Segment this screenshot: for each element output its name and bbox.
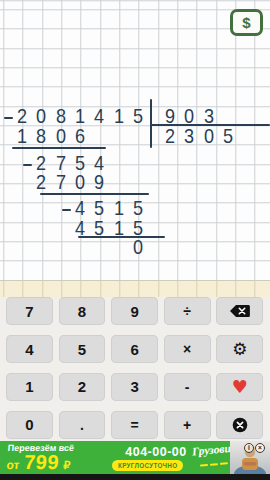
worksheet-digit: 7: [52, 172, 69, 192]
divisor-bracket-horizontal: [150, 124, 270, 126]
worksheet-digit: 2: [33, 172, 50, 192]
key-favorite[interactable]: ♥: [216, 373, 263, 401]
key-label: 7: [25, 303, 33, 320]
worksheet-digit: 6: [71, 126, 88, 146]
ad-badge: КРУГЛОСУТОЧНО: [112, 460, 183, 471]
key-label: +: [183, 417, 191, 433]
worksheet-digit: 4: [71, 218, 88, 238]
key-label: 5: [78, 341, 86, 358]
keypad: 789÷ 456×⚙123-♥0.=+: [0, 297, 270, 442]
worksheet-digit: 5: [129, 106, 146, 126]
worksheet-digit: 1: [110, 218, 127, 238]
worksheet-digit: 0: [52, 126, 69, 146]
dollar-icon: $: [242, 14, 250, 31]
ad-price-prefix: от: [6, 458, 20, 472]
key-settings[interactable]: ⚙: [216, 335, 263, 363]
key-4[interactable]: 4: [6, 335, 53, 363]
minus-sign: [62, 209, 71, 211]
worksheet-digit: 3: [181, 126, 198, 146]
key-close[interactable]: [216, 411, 263, 439]
bottom-bar: [0, 474, 270, 480]
dollar-button[interactable]: $: [230, 9, 263, 36]
ad-close-icon[interactable]: ×: [255, 443, 265, 453]
backspace-icon: [229, 304, 251, 318]
worksheet-digit: 1: [13, 126, 30, 146]
key-dot[interactable]: .: [59, 411, 106, 439]
division-worksheet: 20814159031806230527542709451545150: [0, 0, 270, 280]
key-divide[interactable]: ÷: [164, 297, 211, 325]
ad-price: от 799 ₽: [6, 453, 74, 474]
worksheet-digit: 0: [71, 172, 88, 192]
key-0[interactable]: 0: [6, 411, 53, 439]
key-label: ÷: [183, 303, 191, 319]
key-equals[interactable]: =: [111, 411, 158, 439]
close-circle-icon: [232, 417, 248, 433]
worksheet-digit: 0: [200, 126, 217, 146]
subtraction-rule: [78, 236, 165, 238]
key-label: -: [185, 379, 190, 395]
ad-banner[interactable]: Перевезём всё от 799 ₽ 404-00-00 КРУГЛОС…: [0, 441, 270, 474]
worksheet-digit: 1: [110, 106, 127, 126]
key-8[interactable]: 8: [59, 297, 106, 325]
key-3[interactable]: 3: [111, 373, 158, 401]
key-label: ×: [183, 341, 191, 357]
key-plus[interactable]: +: [164, 411, 211, 439]
worksheet-digit: 0: [129, 237, 146, 257]
key-6[interactable]: 6: [111, 335, 158, 363]
key-1[interactable]: 1: [6, 373, 53, 401]
key-label: =: [130, 417, 138, 433]
key-2[interactable]: 2: [59, 373, 106, 401]
worksheet-digit: 5: [91, 218, 108, 238]
ad-offer: Перевезём всё от 799 ₽: [6, 443, 75, 474]
heart-icon: ♥: [232, 378, 248, 396]
ad-price-value: 799: [23, 451, 59, 473]
gear-icon: ⚙: [232, 341, 247, 358]
key-5[interactable]: 5: [59, 335, 106, 363]
key-multiply[interactable]: ×: [164, 335, 211, 363]
worksheet-digit: 8: [33, 126, 50, 146]
worksheet-digit: 2: [161, 126, 178, 146]
key-label: 4: [25, 341, 33, 358]
ad-phone-number: 404-00-00: [108, 445, 204, 459]
key-label: 6: [130, 341, 138, 358]
minus-sign: [4, 117, 13, 119]
key-backspace[interactable]: [216, 297, 263, 325]
key-label: .: [80, 417, 84, 433]
ad-price-currency: ₽: [63, 459, 71, 471]
key-label: 1: [25, 378, 33, 395]
minus-sign: [23, 164, 32, 166]
worksheet-digit: 5: [219, 126, 236, 146]
worksheet-digit: 4: [91, 106, 108, 126]
ad-info-icon[interactable]: i: [244, 443, 254, 453]
subtraction-rule: [12, 147, 106, 149]
worksheet-digit: 9: [91, 172, 108, 192]
key-9[interactable]: 9: [111, 297, 158, 325]
key-label: 0: [25, 416, 33, 433]
key-minus[interactable]: -: [164, 373, 211, 401]
input-row-highlight: [0, 280, 270, 298]
key-7[interactable]: 7: [6, 297, 53, 325]
app-screen: 20814159031806230527542709451545150 $ 78…: [0, 0, 270, 480]
key-label: 2: [78, 378, 86, 395]
key-label: 8: [78, 303, 86, 320]
key-label: 9: [130, 303, 138, 320]
key-label: 3: [130, 378, 138, 395]
